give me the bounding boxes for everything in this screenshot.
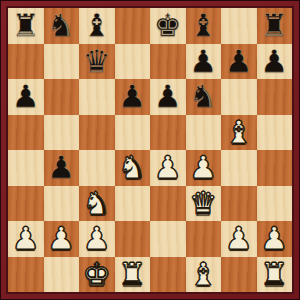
piece-black-bishop[interactable]: ♝ <box>83 8 111 44</box>
piece-black-knight[interactable]: ♞ <box>47 8 75 44</box>
square-e3[interactable] <box>150 186 186 222</box>
square-f8[interactable]: ♝ <box>186 8 222 44</box>
piece-white-pawn[interactable]: ♟ <box>189 150 217 186</box>
square-e6[interactable]: ♟ <box>150 79 186 115</box>
square-g2[interactable]: ♟ <box>221 221 257 257</box>
piece-black-knight[interactable]: ♞ <box>189 79 217 115</box>
piece-black-pawn[interactable]: ♟ <box>189 44 217 80</box>
square-c8[interactable]: ♝ <box>79 8 115 44</box>
square-e7[interactable] <box>150 44 186 80</box>
square-c5[interactable] <box>79 115 115 151</box>
square-d6[interactable]: ♟ <box>115 79 151 115</box>
square-a8[interactable]: ♜ <box>8 8 44 44</box>
square-h1[interactable]: ♜ <box>257 257 293 293</box>
square-e8[interactable]: ♚ <box>150 8 186 44</box>
piece-white-pawn[interactable]: ♟ <box>225 221 253 257</box>
square-a6[interactable]: ♟ <box>8 79 44 115</box>
square-g8[interactable] <box>221 8 257 44</box>
piece-white-queen[interactable]: ♛ <box>189 186 217 222</box>
piece-black-pawn[interactable]: ♟ <box>47 150 75 186</box>
square-b4[interactable]: ♟ <box>44 150 80 186</box>
square-a5[interactable] <box>8 115 44 151</box>
square-d8[interactable] <box>115 8 151 44</box>
square-b6[interactable] <box>44 79 80 115</box>
piece-black-bishop[interactable]: ♝ <box>189 8 217 44</box>
square-a4[interactable] <box>8 150 44 186</box>
square-e2[interactable] <box>150 221 186 257</box>
piece-black-rook[interactable]: ♜ <box>12 8 40 44</box>
square-h4[interactable] <box>257 150 293 186</box>
square-d2[interactable] <box>115 221 151 257</box>
piece-black-pawn[interactable]: ♟ <box>260 44 288 80</box>
square-f2[interactable] <box>186 221 222 257</box>
square-g1[interactable] <box>221 257 257 293</box>
piece-white-bishop[interactable]: ♝ <box>189 257 217 293</box>
square-b8[interactable]: ♞ <box>44 8 80 44</box>
square-b2[interactable]: ♟ <box>44 221 80 257</box>
board-frame: ♜♞♝♚♝♜♛♟♟♟♟♟♟♞♝♟♞♟♟♞♛♟♟♟♟♟♚♜♝♜ <box>0 0 300 300</box>
square-f3[interactable]: ♛ <box>186 186 222 222</box>
square-f1[interactable]: ♝ <box>186 257 222 293</box>
piece-white-knight[interactable]: ♞ <box>83 186 111 222</box>
chess-board: ♜♞♝♚♝♜♛♟♟♟♟♟♟♞♝♟♞♟♟♞♛♟♟♟♟♟♚♜♝♜ <box>8 8 292 292</box>
square-d4[interactable]: ♞ <box>115 150 151 186</box>
square-h3[interactable] <box>257 186 293 222</box>
piece-white-rook[interactable]: ♜ <box>118 257 146 293</box>
square-e5[interactable] <box>150 115 186 151</box>
piece-white-pawn[interactable]: ♟ <box>47 221 75 257</box>
square-h7[interactable]: ♟ <box>257 44 293 80</box>
square-c4[interactable] <box>79 150 115 186</box>
square-h8[interactable]: ♜ <box>257 8 293 44</box>
piece-black-rook[interactable]: ♜ <box>260 8 288 44</box>
square-h6[interactable] <box>257 79 293 115</box>
piece-black-pawn[interactable]: ♟ <box>154 79 182 115</box>
square-c6[interactable] <box>79 79 115 115</box>
square-g3[interactable] <box>221 186 257 222</box>
square-d3[interactable] <box>115 186 151 222</box>
square-e1[interactable] <box>150 257 186 293</box>
piece-white-rook[interactable]: ♜ <box>260 257 288 293</box>
piece-black-king[interactable]: ♚ <box>154 8 182 44</box>
square-d1[interactable]: ♜ <box>115 257 151 293</box>
square-h2[interactable]: ♟ <box>257 221 293 257</box>
square-c2[interactable]: ♟ <box>79 221 115 257</box>
square-g4[interactable] <box>221 150 257 186</box>
square-b3[interactable] <box>44 186 80 222</box>
square-g7[interactable]: ♟ <box>221 44 257 80</box>
square-a3[interactable] <box>8 186 44 222</box>
piece-black-pawn[interactable]: ♟ <box>118 79 146 115</box>
piece-white-pawn[interactable]: ♟ <box>83 221 111 257</box>
piece-white-pawn[interactable]: ♟ <box>154 150 182 186</box>
square-f5[interactable] <box>186 115 222 151</box>
piece-white-pawn[interactable]: ♟ <box>260 221 288 257</box>
square-d5[interactable] <box>115 115 151 151</box>
square-f6[interactable]: ♞ <box>186 79 222 115</box>
square-g6[interactable] <box>221 79 257 115</box>
piece-white-pawn[interactable]: ♟ <box>12 221 40 257</box>
square-f7[interactable]: ♟ <box>186 44 222 80</box>
square-b1[interactable] <box>44 257 80 293</box>
square-h5[interactable] <box>257 115 293 151</box>
square-a7[interactable] <box>8 44 44 80</box>
square-c1[interactable]: ♚ <box>79 257 115 293</box>
piece-white-king[interactable]: ♚ <box>83 257 111 293</box>
square-c7[interactable]: ♛ <box>79 44 115 80</box>
piece-black-pawn[interactable]: ♟ <box>12 79 40 115</box>
square-g5[interactable]: ♝ <box>221 115 257 151</box>
piece-white-bishop[interactable]: ♝ <box>225 115 253 151</box>
square-b7[interactable] <box>44 44 80 80</box>
piece-black-pawn[interactable]: ♟ <box>225 44 253 80</box>
square-c3[interactable]: ♞ <box>79 186 115 222</box>
square-d7[interactable] <box>115 44 151 80</box>
square-e4[interactable]: ♟ <box>150 150 186 186</box>
square-b5[interactable] <box>44 115 80 151</box>
square-f4[interactable]: ♟ <box>186 150 222 186</box>
piece-white-knight[interactable]: ♞ <box>118 150 146 186</box>
piece-black-queen[interactable]: ♛ <box>83 44 111 80</box>
square-a1[interactable] <box>8 257 44 293</box>
square-a2[interactable]: ♟ <box>8 221 44 257</box>
